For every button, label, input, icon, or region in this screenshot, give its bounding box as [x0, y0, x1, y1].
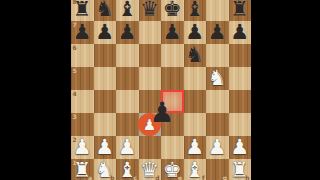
file-label-c: c: [133, 175, 137, 180]
piece-black-pawn: ♟: [229, 21, 252, 44]
file-label-f: f: [202, 175, 205, 180]
square-a3[interactable]: 3: [71, 113, 94, 136]
piece-white-pawn: ♟: [229, 136, 252, 159]
square-f8[interactable]: ♝: [184, 0, 207, 21]
square-b5[interactable]: [94, 67, 117, 90]
square-d5[interactable]: [139, 67, 162, 90]
square-g5[interactable]: ♞: [206, 67, 229, 90]
square-h8[interactable]: ♜: [229, 0, 252, 21]
square-g8[interactable]: [206, 0, 229, 21]
piece-black-pawn: ♟: [116, 21, 139, 44]
piece-black-king: ♚: [161, 0, 184, 21]
square-f7[interactable]: ♟: [184, 21, 207, 44]
square-e1[interactable]: ♚e: [161, 159, 184, 180]
square-a6[interactable]: 6: [71, 44, 94, 67]
square-d7[interactable]: [139, 21, 162, 44]
square-c5[interactable]: [116, 67, 139, 90]
square-h6[interactable]: [229, 44, 252, 67]
square-c6[interactable]: [116, 44, 139, 67]
square-h3[interactable]: [229, 113, 252, 136]
file-label-a: a: [88, 175, 92, 180]
board-squares: ♜8♞♝♛♚♝♜♟7♟♟♟♟♟♟6♞5♞43♟2♟♟♟♟♟♜1a♞b♝c♛d♚e…: [71, 0, 251, 180]
square-h2[interactable]: ♟: [229, 136, 252, 159]
piece-white-pawn: ♟: [206, 136, 229, 159]
square-h4[interactable]: [229, 90, 252, 113]
rank-label-2: 2: [73, 137, 77, 143]
square-b6[interactable]: [94, 44, 117, 67]
square-b4[interactable]: [94, 90, 117, 113]
file-label-e: e: [178, 175, 182, 180]
file-label-b: b: [110, 175, 114, 180]
square-g7[interactable]: ♟: [206, 21, 229, 44]
piece-black-pawn: ♟: [161, 21, 184, 44]
square-e7[interactable]: ♟: [161, 21, 184, 44]
square-b8[interactable]: ♞: [94, 0, 117, 21]
square-g3[interactable]: [206, 113, 229, 136]
square-c2[interactable]: ♟: [116, 136, 139, 159]
square-a4[interactable]: 4: [71, 90, 94, 113]
piece-white-knight: ♞: [206, 67, 229, 90]
square-g4[interactable]: [206, 90, 229, 113]
piece-black-bishop: ♝: [184, 0, 207, 21]
square-e8[interactable]: ♚: [161, 0, 184, 21]
square-f1[interactable]: ♝f: [184, 159, 207, 180]
square-a1[interactable]: ♜1a: [71, 159, 94, 180]
square-d1[interactable]: ♛d: [139, 159, 162, 180]
piece-white-pawn: ♟: [94, 136, 117, 159]
square-f6[interactable]: ♞: [184, 44, 207, 67]
square-b2[interactable]: ♟: [94, 136, 117, 159]
square-c4[interactable]: [116, 90, 139, 113]
square-e5[interactable]: [161, 67, 184, 90]
piece-black-knight: ♞: [94, 0, 117, 21]
square-a2[interactable]: ♟2: [71, 136, 94, 159]
rank-label-7: 7: [73, 22, 77, 28]
square-c1[interactable]: ♝c: [116, 159, 139, 180]
file-label-d: d: [155, 175, 159, 180]
square-f3[interactable]: [184, 113, 207, 136]
square-h5[interactable]: [229, 67, 252, 90]
square-c3[interactable]: [116, 113, 139, 136]
square-d6[interactable]: [139, 44, 162, 67]
square-a7[interactable]: ♟7: [71, 21, 94, 44]
chess-board: ♜8♞♝♛♚♝♜♟7♟♟♟♟♟♟6♞5♞43♟2♟♟♟♟♟♜1a♞b♝c♛d♚e…: [71, 0, 251, 180]
square-c8[interactable]: ♝: [116, 0, 139, 21]
piece-white-pawn: ♟: [116, 136, 139, 159]
square-e6[interactable]: [161, 44, 184, 67]
piece-black-bishop: ♝: [116, 0, 139, 21]
piece-black-knight: ♞: [184, 44, 207, 67]
rank-label-4: 4: [73, 91, 77, 97]
rank-label-6: 6: [73, 45, 77, 51]
piece-black-pawn: ♟: [184, 21, 207, 44]
rank-label-3: 3: [73, 114, 77, 120]
square-e2[interactable]: [161, 136, 184, 159]
square-a5[interactable]: 5: [71, 67, 94, 90]
square-g6[interactable]: [206, 44, 229, 67]
piece-white-pawn: ♟: [184, 136, 207, 159]
rank-label-1: 1: [73, 160, 77, 166]
video-frame: ♜8♞♝♛♚♝♜♟7♟♟♟♟♟♟6♞5♞43♟2♟♟♟♟♟♜1a♞b♝c♛d♚e…: [0, 0, 320, 180]
square-d8[interactable]: ♛: [139, 0, 162, 21]
square-b7[interactable]: ♟: [94, 21, 117, 44]
piece-black-queen: ♛: [139, 0, 162, 21]
rank-label-8: 8: [73, 0, 77, 5]
piece-black-pawn: ♟: [206, 21, 229, 44]
square-d2[interactable]: [139, 136, 162, 159]
square-f4[interactable]: [184, 90, 207, 113]
piece-black-pawn: ♟: [94, 21, 117, 44]
square-c7[interactable]: ♟: [116, 21, 139, 44]
square-b3[interactable]: [94, 113, 117, 136]
moving-black-pawn[interactable]: ♟: [147, 97, 177, 129]
square-f5[interactable]: [184, 67, 207, 90]
square-b1[interactable]: ♞b: [94, 159, 117, 180]
file-label-h: h: [245, 175, 249, 180]
piece-black-rook: ♜: [229, 0, 252, 21]
square-f2[interactable]: ♟: [184, 136, 207, 159]
square-g2[interactable]: ♟: [206, 136, 229, 159]
square-a8[interactable]: ♜8: [71, 0, 94, 21]
square-g1[interactable]: g: [206, 159, 229, 180]
square-h7[interactable]: ♟: [229, 21, 252, 44]
square-h1[interactable]: ♜h: [229, 159, 252, 180]
file-label-g: g: [223, 175, 227, 180]
rank-label-5: 5: [73, 68, 77, 74]
